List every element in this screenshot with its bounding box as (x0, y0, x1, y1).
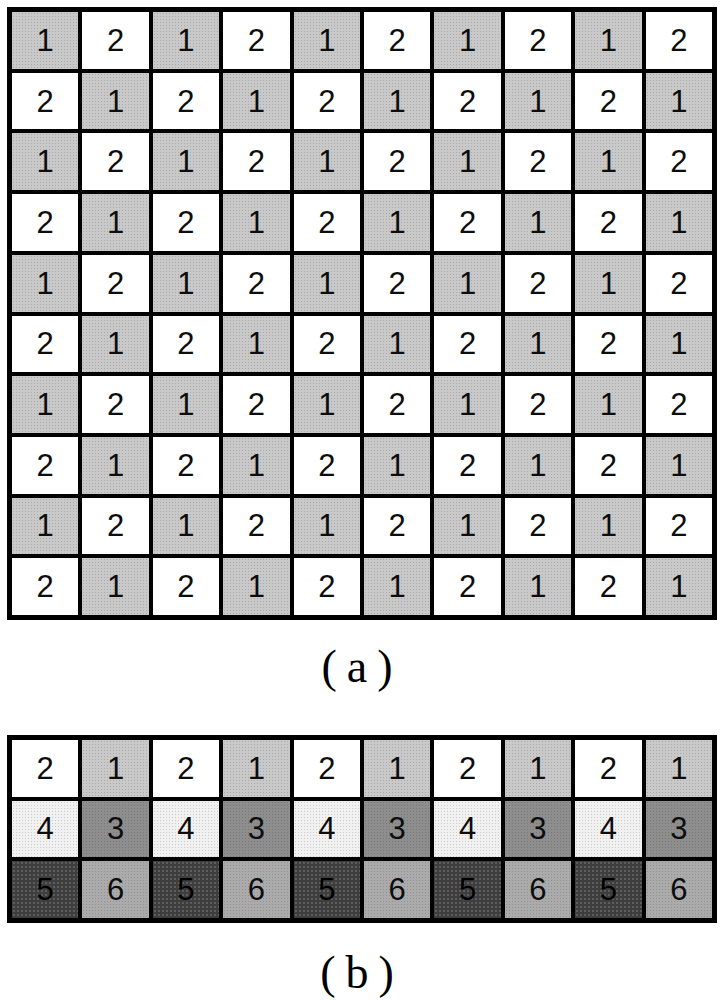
figure-a-cell-r1c1: 1 (12, 12, 78, 69)
figure-b-caption: (b) (0, 946, 724, 999)
figure-b-cell-r2c5: 4 (294, 801, 360, 858)
figure-a-cell-r6c7: 2 (434, 316, 500, 373)
figure-b-cell-r1c5: 2 (294, 740, 360, 797)
figure-a-caption: (a) (0, 640, 724, 693)
figure-a-cell-r5c6: 2 (364, 255, 430, 312)
figure-a-cell-r2c1: 2 (12, 73, 78, 130)
figure-a-cell-r9c1: 1 (12, 498, 78, 555)
figure-a-cell-r9c9: 1 (575, 498, 641, 555)
figure-a-cell-r10c1: 2 (12, 558, 78, 615)
figure-b-cell-r2c7: 4 (434, 801, 500, 858)
figure-a-cell-r4c3: 2 (153, 194, 219, 251)
figure-a-cell-r6c1: 2 (12, 316, 78, 373)
figure-b-cell-r3c6: 6 (364, 861, 430, 918)
figure-b-cell-r1c4: 1 (223, 740, 289, 797)
figure-a-cell-r7c9: 1 (575, 376, 641, 433)
figure-a-cell-r4c7: 2 (434, 194, 500, 251)
figure-a-cell-r3c9: 1 (575, 133, 641, 190)
figure-a-cell-r2c10: 1 (646, 73, 712, 130)
figure-a-cell-r5c10: 2 (646, 255, 712, 312)
figure-b-cell-r1c3: 2 (153, 740, 219, 797)
figure-a-cell-r2c5: 2 (294, 73, 360, 130)
figure-a-cell-r8c6: 1 (364, 437, 430, 494)
figure-a-cell-r8c8: 1 (505, 437, 571, 494)
figure-a-cell-r2c2: 1 (82, 73, 148, 130)
figure-a-cell-r1c10: 2 (646, 12, 712, 69)
figure-a-cell-r9c8: 2 (505, 498, 571, 555)
figure-a-cell-r10c6: 1 (364, 558, 430, 615)
figure-a-cell-r6c6: 1 (364, 316, 430, 373)
figure-b-cell-r1c10: 1 (646, 740, 712, 797)
figure-a-cell-r3c3: 1 (153, 133, 219, 190)
figure-a-cell-r10c4: 1 (223, 558, 289, 615)
figure-a-cell-r3c7: 1 (434, 133, 500, 190)
figure-b-cell-r2c9: 4 (575, 801, 641, 858)
figure-a-cell-r6c8: 1 (505, 316, 571, 373)
figure-a-cell-r8c5: 2 (294, 437, 360, 494)
figure-a-cell-r4c2: 1 (82, 194, 148, 251)
figure-a-cell-r8c10: 1 (646, 437, 712, 494)
figure-b-cell-r3c8: 6 (505, 861, 571, 918)
figure-a-cell-r1c5: 1 (294, 12, 360, 69)
figure-a-cell-r8c2: 1 (82, 437, 148, 494)
figure-b-cell-r1c7: 2 (434, 740, 500, 797)
figure-a-cell-r9c7: 1 (434, 498, 500, 555)
figure-a-cell-r1c2: 2 (82, 12, 148, 69)
figure-a-cell-r6c9: 2 (575, 316, 641, 373)
figure-a-cell-r8c4: 1 (223, 437, 289, 494)
figure-a-cell-r6c10: 1 (646, 316, 712, 373)
figure-a-cell-r1c3: 1 (153, 12, 219, 69)
figure-a-cell-r5c9: 1 (575, 255, 641, 312)
figure-a-cell-r7c6: 2 (364, 376, 430, 433)
figure-a-cell-r4c8: 1 (505, 194, 571, 251)
figure-b-cell-r1c8: 1 (505, 740, 571, 797)
figure-b-cell-r2c8: 3 (505, 801, 571, 858)
figure-a-cell-r6c3: 2 (153, 316, 219, 373)
figure-a-cell-r9c5: 1 (294, 498, 360, 555)
figure-a-cell-r10c5: 2 (294, 558, 360, 615)
figure-a-cell-r4c6: 1 (364, 194, 430, 251)
figure-b-cell-r3c10: 6 (646, 861, 712, 918)
figure-b-cell-r2c3: 4 (153, 801, 219, 858)
figure-a-cell-r5c3: 1 (153, 255, 219, 312)
figure-a-cell-r1c8: 2 (505, 12, 571, 69)
figure-a-cell-r2c9: 2 (575, 73, 641, 130)
figure-b-cell-r3c1: 5 (12, 861, 78, 918)
figure-b-cell-r2c10: 3 (646, 801, 712, 858)
figure-a-cell-r4c10: 1 (646, 194, 712, 251)
figure-a-cell-r8c9: 2 (575, 437, 641, 494)
figure-b-cell-r3c2: 6 (82, 861, 148, 918)
figure-a-cell-r10c7: 2 (434, 558, 500, 615)
figure-a-cell-r4c5: 2 (294, 194, 360, 251)
figure-a-cell-r2c6: 1 (364, 73, 430, 130)
grid-b-board: 212121212143434343435656565656 (7, 735, 717, 923)
figure-a-cell-r2c8: 1 (505, 73, 571, 130)
figure-a-cell-r10c8: 1 (505, 558, 571, 615)
grid-a-board: 1212121212212121212112121212122121212121… (7, 7, 717, 620)
figure-b-cell-r1c1: 2 (12, 740, 78, 797)
figure-a-cell-r3c8: 2 (505, 133, 571, 190)
figure-a-cell-r1c6: 2 (364, 12, 430, 69)
figure-a-cell-r7c8: 2 (505, 376, 571, 433)
figure-b-cell-r1c6: 1 (364, 740, 430, 797)
figure-a-cell-r5c1: 1 (12, 255, 78, 312)
figure-b-cell-r2c6: 3 (364, 801, 430, 858)
figure-a-cell-r8c3: 2 (153, 437, 219, 494)
figure-a-cell-r4c1: 2 (12, 194, 78, 251)
figure-a-cell-r1c7: 1 (434, 12, 500, 69)
figure-b-cell-r1c2: 1 (82, 740, 148, 797)
figure-a-cell-r2c3: 2 (153, 73, 219, 130)
figure-a-cell-r10c10: 1 (646, 558, 712, 615)
figure-a-cell-r6c4: 1 (223, 316, 289, 373)
figure-b-cell-r2c1: 4 (12, 801, 78, 858)
figure-a-cell-r7c2: 2 (82, 376, 148, 433)
figure-a-cell-r7c10: 2 (646, 376, 712, 433)
figure-a-cell-r2c4: 1 (223, 73, 289, 130)
figure-a-cell-r9c10: 2 (646, 498, 712, 555)
figure-b-cell-r1c9: 2 (575, 740, 641, 797)
figure-a-cell-r10c3: 2 (153, 558, 219, 615)
figure-b-cell-r3c7: 5 (434, 861, 500, 918)
figure-a-cell-r9c3: 1 (153, 498, 219, 555)
figure-a-cell-r4c4: 1 (223, 194, 289, 251)
figure-a-cell-r9c6: 2 (364, 498, 430, 555)
figure-a-cell-r3c5: 1 (294, 133, 360, 190)
figure-a-cell-r10c2: 1 (82, 558, 148, 615)
figure-a-cell-r10c9: 2 (575, 558, 641, 615)
figure-a-cell-r5c4: 2 (223, 255, 289, 312)
figure-a-cell-r7c4: 2 (223, 376, 289, 433)
figure-a-cell-r3c6: 2 (364, 133, 430, 190)
figure-a-cell-r7c1: 1 (12, 376, 78, 433)
figure-a-cell-r4c9: 2 (575, 194, 641, 251)
figure-a-cell-r3c2: 2 (82, 133, 148, 190)
figure-a-cell-r1c9: 1 (575, 12, 641, 69)
figure-a-cell-r8c7: 2 (434, 437, 500, 494)
figure-b-cell-r2c4: 3 (223, 801, 289, 858)
figure-a-cell-r1c4: 2 (223, 12, 289, 69)
figure-a-cell-r8c1: 2 (12, 437, 78, 494)
figure-a-cell-r7c5: 1 (294, 376, 360, 433)
figure-a-cell-r3c1: 1 (12, 133, 78, 190)
figure-a-cell-r7c7: 1 (434, 376, 500, 433)
figure-b-cell-r3c4: 6 (223, 861, 289, 918)
figure-a-cell-r5c2: 2 (82, 255, 148, 312)
figure-a-cell-r6c5: 2 (294, 316, 360, 373)
figure-a-cell-r5c8: 2 (505, 255, 571, 312)
figure-a-cell-r9c2: 2 (82, 498, 148, 555)
figure-a-cell-r9c4: 2 (223, 498, 289, 555)
figure-a-cell-r7c3: 1 (153, 376, 219, 433)
figure-a-cell-r2c7: 2 (434, 73, 500, 130)
figure-a-cell-r3c10: 2 (646, 133, 712, 190)
figure-b-cell-r2c2: 3 (82, 801, 148, 858)
figure-b-cell-r3c5: 5 (294, 861, 360, 918)
figure-a-cell-r5c7: 1 (434, 255, 500, 312)
figure-b-cell-r3c9: 5 (575, 861, 641, 918)
figure-a-cell-r3c4: 2 (223, 133, 289, 190)
figure-a-cell-r6c2: 1 (82, 316, 148, 373)
figure-a-cell-r5c5: 1 (294, 255, 360, 312)
figure-b-cell-r3c3: 5 (153, 861, 219, 918)
